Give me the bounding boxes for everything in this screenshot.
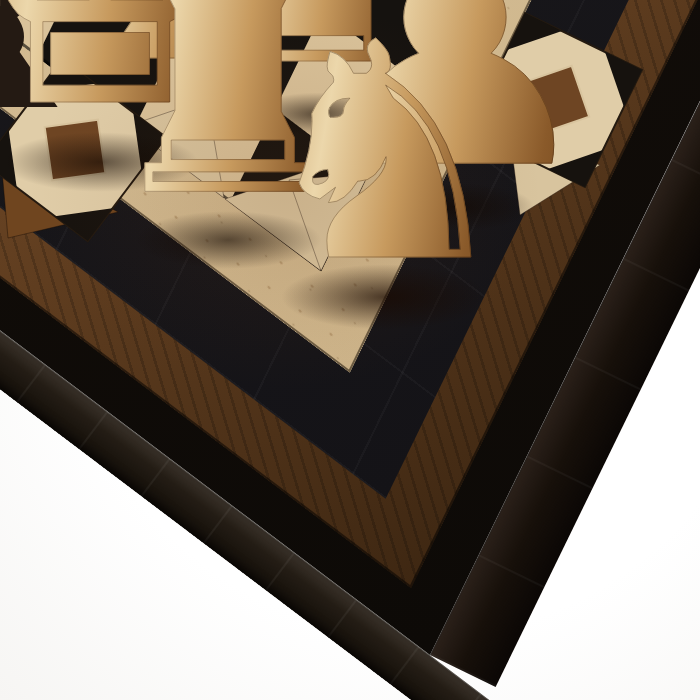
product-photo-stage: ♝ ♝ ♛ ♚ ♟ ♜ ♞ — [0, 0, 700, 700]
bone-knight-piece: ♞ — [251, 4, 520, 304]
knight-glyph: ♞ — [251, 4, 520, 304]
